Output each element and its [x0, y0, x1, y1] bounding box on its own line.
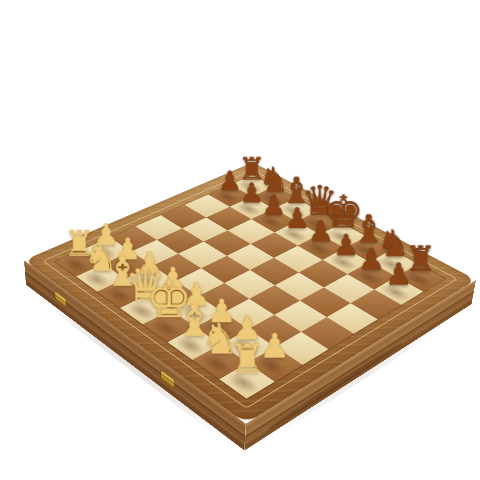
black-pawn: ♟ [372, 259, 425, 290]
product-photo-background: ♜♞♝♛♚♝♞♜♟♟♟♟♟♟♟♟♟♟♟♟♟♟♟♟♜♞♝♛♚♝♞♜ [0, 0, 480, 480]
white-rook: ♜ [217, 339, 277, 380]
board-top-surface: ♜♞♝♛♚♝♞♜♟♟♟♟♟♟♟♟♟♟♟♟♟♟♟♟♜♞♝♛♚♝♞♜ [24, 162, 476, 424]
chess-board: ♜♞♝♛♚♝♞♜♟♟♟♟♟♟♟♟♟♟♟♟♟♟♟♟♜♞♝♛♚♝♞♜ [24, 162, 476, 424]
scene: ♜♞♝♛♚♝♞♜♟♟♟♟♟♟♟♟♟♟♟♟♟♟♟♟♜♞♝♛♚♝♞♜ [0, 0, 480, 480]
brass-hinge [55, 292, 66, 308]
board-grid: ♜♞♝♛♚♝♞♜♟♟♟♟♟♟♟♟♟♟♟♟♟♟♟♟♜♞♝♛♚♝♞♜ [55, 175, 445, 399]
brass-hinge [161, 371, 174, 389]
